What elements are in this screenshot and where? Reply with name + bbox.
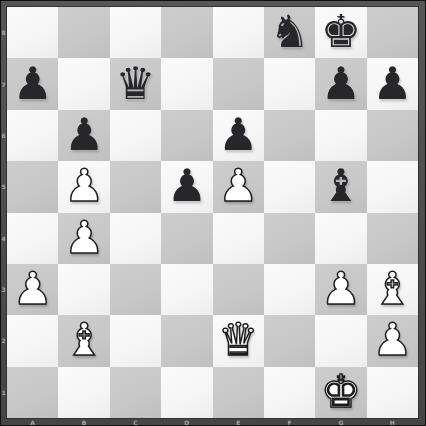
square-e6[interactable]: ♟ [213,110,264,161]
square-f3[interactable] [264,264,315,315]
white-pawn-b5[interactable]: ♟ [64,163,104,208]
square-h2[interactable]: ♟ [367,315,418,366]
file-label-b: B [58,418,109,426]
file-label-f: F [264,418,315,426]
file-label-h: H [367,418,418,426]
square-a4[interactable] [7,213,58,264]
square-b2[interactable]: ♝ [58,315,109,366]
square-f5[interactable] [264,161,315,212]
square-d6[interactable] [161,110,212,161]
square-h1[interactable] [367,367,418,418]
file-label-d: D [161,418,212,426]
black-king-g8[interactable]: ♚ [321,9,361,54]
black-pawn-b6[interactable]: ♟ [64,112,104,157]
square-b8[interactable] [58,7,109,58]
square-e1[interactable] [213,367,264,418]
square-c4[interactable] [110,213,161,264]
square-d2[interactable] [161,315,212,366]
rank-label-6: 6 [0,110,7,161]
square-b5[interactable]: ♟ [58,161,109,212]
black-knight-f8[interactable]: ♞ [269,9,309,54]
rank-label-8: 8 [0,7,7,58]
white-pawn-b4[interactable]: ♟ [64,215,104,260]
square-c8[interactable] [110,7,161,58]
white-pawn-a3[interactable]: ♟ [13,266,53,311]
square-d1[interactable] [161,367,212,418]
square-e4[interactable] [213,213,264,264]
square-h7[interactable]: ♟ [367,58,418,109]
square-a1[interactable] [7,367,58,418]
square-b4[interactable]: ♟ [58,213,109,264]
square-c6[interactable] [110,110,161,161]
square-d4[interactable] [161,213,212,264]
rank-label-3: 3 [0,264,7,315]
black-pawn-g7[interactable]: ♟ [321,61,361,106]
square-e3[interactable] [213,264,264,315]
file-label-c: C [110,418,161,426]
square-h8[interactable] [367,7,418,58]
square-a5[interactable] [7,161,58,212]
white-pawn-h2[interactable]: ♟ [372,317,412,362]
square-a2[interactable] [7,315,58,366]
square-g8[interactable]: ♚ [315,7,366,58]
square-a7[interactable]: ♟ [7,58,58,109]
white-bishop-h3[interactable]: ♝ [372,266,412,311]
square-e8[interactable] [213,7,264,58]
square-g2[interactable] [315,315,366,366]
white-pawn-e5[interactable]: ♟ [218,163,258,208]
square-f2[interactable] [264,315,315,366]
square-c5[interactable] [110,161,161,212]
square-e5[interactable]: ♟ [213,161,264,212]
square-d7[interactable] [161,58,212,109]
black-pawn-h7[interactable]: ♟ [372,61,412,106]
white-queen-e2[interactable]: ♛ [218,317,258,362]
square-g1[interactable]: ♚ [315,367,366,418]
black-pawn-a7[interactable]: ♟ [13,61,53,106]
square-g3[interactable]: ♟ [315,264,366,315]
black-queen-c7[interactable]: ♛ [115,61,155,106]
rank-label-2: 2 [0,315,7,366]
square-g6[interactable] [315,110,366,161]
square-d3[interactable] [161,264,212,315]
black-pawn-d5[interactable]: ♟ [167,163,207,208]
white-king-g1[interactable]: ♚ [321,369,361,414]
square-f6[interactable] [264,110,315,161]
square-g4[interactable] [315,213,366,264]
square-g5[interactable]: ♝ [315,161,366,212]
square-e7[interactable] [213,58,264,109]
file-label-g: G [315,418,366,426]
square-h3[interactable]: ♝ [367,264,418,315]
rank-label-1: 1 [0,367,7,418]
white-bishop-b2[interactable]: ♝ [64,317,104,362]
square-a6[interactable] [7,110,58,161]
square-h6[interactable] [367,110,418,161]
rank-labels: 87654321 [0,7,7,418]
rank-label-7: 7 [0,58,7,109]
chess-board: ♞♚♟♛♟♟♟♟♟♟♟♝♟♟♟♝♝♛♟♚ [7,7,418,418]
black-pawn-e6[interactable]: ♟ [218,112,258,157]
square-c3[interactable] [110,264,161,315]
square-c1[interactable] [110,367,161,418]
square-h5[interactable] [367,161,418,212]
file-labels: ABCDEFGH [7,418,418,426]
square-d5[interactable]: ♟ [161,161,212,212]
square-b3[interactable] [58,264,109,315]
rank-label-5: 5 [0,161,7,212]
square-f1[interactable] [264,367,315,418]
rank-label-4: 4 [0,213,7,264]
square-g7[interactable]: ♟ [315,58,366,109]
black-bishop-g5[interactable]: ♝ [321,163,361,208]
square-h4[interactable] [367,213,418,264]
square-b1[interactable] [58,367,109,418]
file-label-e: E [213,418,264,426]
square-c7[interactable]: ♛ [110,58,161,109]
square-a3[interactable]: ♟ [7,264,58,315]
square-b7[interactable] [58,58,109,109]
square-f7[interactable] [264,58,315,109]
square-e2[interactable]: ♛ [213,315,264,366]
square-d8[interactable] [161,7,212,58]
square-c2[interactable] [110,315,161,366]
square-b6[interactable]: ♟ [58,110,109,161]
square-a8[interactable] [7,7,58,58]
file-label-a: A [7,418,58,426]
chess-app-window: 87654321 ♞♚♟♛♟♟♟♟♟♟♟♝♟♟♟♝♝♛♟♚ ABCDEFGH [0,0,426,426]
white-pawn-g3[interactable]: ♟ [321,266,361,311]
square-f8[interactable]: ♞ [264,7,315,58]
square-f4[interactable] [264,213,315,264]
